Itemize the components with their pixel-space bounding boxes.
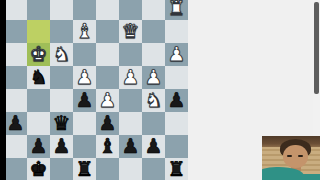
square-h3[interactable] xyxy=(4,43,27,66)
piece-white-rook[interactable]: ♜ xyxy=(168,0,186,20)
square-e7[interactable] xyxy=(73,135,96,158)
piece-black-bishop[interactable]: ♝ xyxy=(99,135,117,158)
square-e1[interactable] xyxy=(73,0,96,20)
square-a6[interactable] xyxy=(165,112,188,135)
square-g6[interactable] xyxy=(27,112,50,135)
piece-black-queen[interactable]: ♛ xyxy=(53,112,71,135)
square-a5[interactable]: ♟ xyxy=(165,89,188,112)
square-a7[interactable] xyxy=(165,135,188,158)
square-b4[interactable]: ♟ xyxy=(142,66,165,89)
webcam-video xyxy=(262,136,320,180)
video-frame: ♜♝♛♚♞♟♞♟♟♟♟♟♞♟♟♛♟♟♟♝♟♟♚♜♜ xyxy=(0,0,320,180)
square-c2[interactable]: ♛ xyxy=(119,20,142,43)
square-b1[interactable] xyxy=(142,0,165,20)
square-a8[interactable]: ♜ xyxy=(165,158,188,180)
piece-black-pawn[interactable]: ♟ xyxy=(145,135,163,158)
piece-black-pawn[interactable]: ♟ xyxy=(53,135,71,158)
square-h7[interactable] xyxy=(4,135,27,158)
piece-white-knight[interactable]: ♞ xyxy=(145,89,163,112)
square-h8[interactable] xyxy=(4,158,27,180)
square-d5[interactable]: ♟ xyxy=(96,89,119,112)
webcam-person-left-eye xyxy=(287,155,292,157)
square-h6[interactable]: ♟ xyxy=(4,112,27,135)
square-c1[interactable] xyxy=(119,0,142,20)
piece-black-pawn[interactable]: ♟ xyxy=(30,135,48,158)
square-e3[interactable] xyxy=(73,43,96,66)
square-g7[interactable]: ♟ xyxy=(27,135,50,158)
square-c8[interactable] xyxy=(119,158,142,180)
square-e4[interactable]: ♟ xyxy=(73,66,96,89)
piece-black-pawn[interactable]: ♟ xyxy=(168,89,186,112)
square-e8[interactable]: ♜ xyxy=(73,158,96,180)
square-c7[interactable]: ♟ xyxy=(119,135,142,158)
piece-black-pawn[interactable]: ♟ xyxy=(122,135,140,158)
scrollbar-thumb[interactable] xyxy=(314,2,319,94)
square-e5[interactable]: ♟ xyxy=(73,89,96,112)
square-d1[interactable] xyxy=(96,0,119,20)
square-b5[interactable]: ♞ xyxy=(142,89,165,112)
square-d8[interactable] xyxy=(96,158,119,180)
square-h2[interactable] xyxy=(4,20,27,43)
piece-black-knight[interactable]: ♞ xyxy=(30,66,48,89)
square-f1[interactable] xyxy=(50,0,73,20)
piece-white-pawn[interactable]: ♟ xyxy=(145,66,163,89)
piece-white-knight[interactable]: ♞ xyxy=(53,43,71,66)
square-b3[interactable] xyxy=(142,43,165,66)
square-h1[interactable] xyxy=(4,0,27,20)
square-g4[interactable]: ♞ xyxy=(27,66,50,89)
webcam-person-right-eye xyxy=(298,155,303,157)
piece-white-king[interactable]: ♚ xyxy=(30,43,48,66)
square-g1[interactable] xyxy=(27,0,50,20)
piece-white-pawn[interactable]: ♟ xyxy=(168,43,186,66)
square-c6[interactable] xyxy=(119,112,142,135)
square-b8[interactable] xyxy=(142,158,165,180)
piece-white-bishop[interactable]: ♝ xyxy=(76,20,94,43)
square-a4[interactable] xyxy=(165,66,188,89)
piece-white-pawn[interactable]: ♟ xyxy=(76,66,94,89)
square-g5[interactable] xyxy=(27,89,50,112)
piece-black-king[interactable]: ♚ xyxy=(30,158,48,180)
square-f5[interactable] xyxy=(50,89,73,112)
square-d2[interactable] xyxy=(96,20,119,43)
letterbox-bar-left xyxy=(0,0,6,180)
piece-black-rook[interactable]: ♜ xyxy=(168,158,186,180)
piece-black-pawn[interactable]: ♟ xyxy=(76,89,94,112)
square-e6[interactable] xyxy=(73,112,96,135)
square-f4[interactable] xyxy=(50,66,73,89)
square-h5[interactable] xyxy=(4,89,27,112)
square-a3[interactable]: ♟ xyxy=(165,43,188,66)
square-c3[interactable] xyxy=(119,43,142,66)
square-d6[interactable]: ♟ xyxy=(96,112,119,135)
square-c5[interactable] xyxy=(119,89,142,112)
square-f2[interactable] xyxy=(50,20,73,43)
square-b7[interactable]: ♟ xyxy=(142,135,165,158)
square-b6[interactable] xyxy=(142,112,165,135)
piece-white-queen[interactable]: ♛ xyxy=(122,20,140,43)
square-f7[interactable]: ♟ xyxy=(50,135,73,158)
square-d4[interactable] xyxy=(96,66,119,89)
square-g3[interactable]: ♚ xyxy=(27,43,50,66)
piece-black-pawn[interactable]: ♟ xyxy=(99,112,117,135)
webcam-person-shoulder xyxy=(302,174,320,180)
square-f3[interactable]: ♞ xyxy=(50,43,73,66)
square-d7[interactable]: ♝ xyxy=(96,135,119,158)
piece-black-rook[interactable]: ♜ xyxy=(76,158,94,180)
square-g2[interactable] xyxy=(27,20,50,43)
square-f6[interactable]: ♛ xyxy=(50,112,73,135)
square-a1[interactable]: ♜ xyxy=(165,0,188,20)
square-e2[interactable]: ♝ xyxy=(73,20,96,43)
square-f8[interactable] xyxy=(50,158,73,180)
square-b2[interactable] xyxy=(142,20,165,43)
piece-white-pawn[interactable]: ♟ xyxy=(99,89,117,112)
square-d3[interactable] xyxy=(96,43,119,66)
chess-board: ♜♝♛♚♞♟♞♟♟♟♟♟♞♟♟♛♟♟♟♝♟♟♚♜♜ xyxy=(4,0,188,180)
piece-black-pawn[interactable]: ♟ xyxy=(7,112,25,135)
piece-white-pawn[interactable]: ♟ xyxy=(122,66,140,89)
square-a2[interactable] xyxy=(165,20,188,43)
square-g8[interactable]: ♚ xyxy=(27,158,50,180)
square-c4[interactable]: ♟ xyxy=(119,66,142,89)
square-h4[interactable] xyxy=(4,66,27,89)
